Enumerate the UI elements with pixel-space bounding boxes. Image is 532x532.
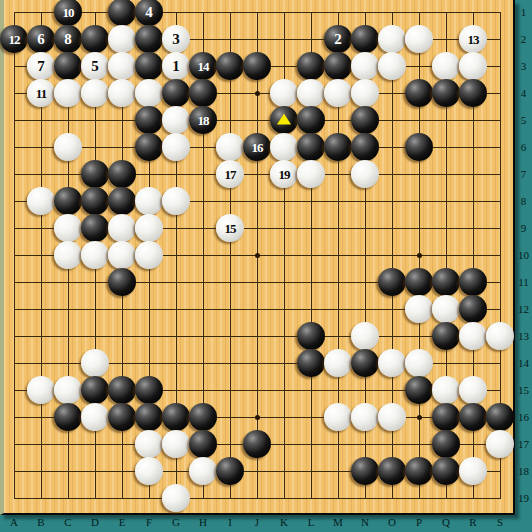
stone-black-J6[interactable]: 16 [243,133,271,161]
move-number-label: 2 [324,25,352,53]
col-label-J: J [247,516,267,528]
stone-black-D15[interactable] [81,376,109,404]
stone-white-I9[interactable]: 15 [216,214,244,242]
row-label-4: 4 [515,87,532,101]
stone-black-C3[interactable] [54,52,82,80]
stone-black-D2[interactable] [81,25,109,53]
move-number-label: 14 [189,52,217,80]
stone-black-N18[interactable] [351,457,379,485]
stone-black-C8[interactable] [54,187,82,215]
move-number-label: 7 [27,52,55,80]
stone-black-B2[interactable]: 6 [27,25,55,53]
stone-white-E3[interactable] [108,52,136,80]
stone-black-E15[interactable] [108,376,136,404]
move-number-label: 19 [270,160,298,188]
stone-black-R4[interactable] [459,79,487,107]
stone-black-F5[interactable] [135,106,163,134]
stone-white-N4[interactable] [351,79,379,107]
move-number-label: 5 [81,52,109,80]
stone-white-N3[interactable] [351,52,379,80]
stone-white-O16[interactable] [378,403,406,431]
stone-white-S13[interactable] [486,322,514,350]
move-number-label: 1 [162,52,190,80]
stone-black-N14[interactable] [351,349,379,377]
stone-black-Q18[interactable] [432,457,460,485]
stone-white-M4[interactable] [324,79,352,107]
stone-white-I7[interactable]: 17 [216,160,244,188]
stone-black-D8[interactable] [81,187,109,215]
stone-black-H17[interactable] [189,430,217,458]
col-label-I: I [220,516,240,528]
stone-white-B8[interactable] [27,187,55,215]
stone-black-I3[interactable] [216,52,244,80]
move-number-label: 4 [135,0,163,26]
stone-black-J17[interactable] [243,430,271,458]
col-label-Q: Q [436,516,456,528]
stone-black-C16[interactable] [54,403,82,431]
stone-white-C10[interactable] [54,241,82,269]
move-number-label: 13 [459,25,487,53]
stone-black-D7[interactable] [81,160,109,188]
go-kifu-viewer: 1041268321375114111816171915 ABCDEFGHIJK… [0,0,532,532]
stone-white-R18[interactable] [459,457,487,485]
col-label-P: P [409,516,429,528]
stone-white-G8[interactable] [162,187,190,215]
stone-white-D14[interactable] [81,349,109,377]
stone-black-F3[interactable] [135,52,163,80]
stone-black-L5[interactable] [297,106,325,134]
col-label-D: D [85,516,105,528]
stone-black-L6[interactable] [297,133,325,161]
stone-white-G3[interactable]: 1 [162,52,190,80]
stone-white-C4[interactable] [54,79,82,107]
triangle-marker-icon [277,114,291,125]
stone-black-R12[interactable] [459,295,487,323]
move-number-label: 8 [54,25,82,53]
stone-black-M3[interactable] [324,52,352,80]
stone-black-P6[interactable] [405,133,433,161]
row-label-8: 8 [515,195,532,209]
stone-black-O11[interactable] [378,268,406,296]
stone-black-I18[interactable] [216,457,244,485]
stone-black-N5[interactable] [351,106,379,134]
stone-white-O2[interactable] [378,25,406,53]
star-point-P16 [417,415,422,420]
stone-white-G19[interactable] [162,484,190,512]
col-label-K: K [274,516,294,528]
stone-white-C15[interactable] [54,376,82,404]
stone-white-R13[interactable] [459,322,487,350]
stone-black-F15[interactable] [135,376,163,404]
stone-black-G4[interactable] [162,79,190,107]
move-number-label: 3 [162,25,190,53]
stone-white-P12[interactable] [405,295,433,323]
row-label-3: 3 [515,60,532,74]
col-label-F: F [139,516,159,528]
move-number-label: 17 [216,160,244,188]
stone-white-F17[interactable] [135,430,163,458]
stone-white-G2[interactable]: 3 [162,25,190,53]
stone-white-L4[interactable] [297,79,325,107]
stone-white-R2[interactable]: 13 [459,25,487,53]
stone-white-D3[interactable]: 5 [81,52,109,80]
col-label-S: S [490,516,510,528]
stone-black-E7[interactable] [108,160,136,188]
stone-black-C2[interactable]: 8 [54,25,82,53]
stone-white-R15[interactable] [459,376,487,404]
stone-black-L3[interactable] [297,52,325,80]
stone-white-D10[interactable] [81,241,109,269]
stone-black-F6[interactable] [135,133,163,161]
stone-white-O14[interactable] [378,349,406,377]
stone-white-M14[interactable] [324,349,352,377]
stone-black-E16[interactable] [108,403,136,431]
stone-white-D16[interactable] [81,403,109,431]
stone-white-L7[interactable] [297,160,325,188]
stone-black-L14[interactable] [297,349,325,377]
stone-white-F18[interactable] [135,457,163,485]
stone-black-H5[interactable]: 18 [189,106,217,134]
stone-black-P11[interactable] [405,268,433,296]
stone-black-P15[interactable] [405,376,433,404]
move-number-label: 11 [27,79,55,107]
col-label-G: G [166,516,186,528]
stone-black-M6[interactable] [324,133,352,161]
stone-white-O3[interactable] [378,52,406,80]
col-label-A: A [4,516,24,528]
move-number-label: 10 [54,0,82,26]
stone-black-R11[interactable] [459,268,487,296]
col-label-L: L [301,516,321,528]
stone-white-E9[interactable] [108,214,136,242]
stone-white-K4[interactable] [270,79,298,107]
row-label-17: 17 [515,438,532,452]
stone-black-Q16[interactable] [432,403,460,431]
stone-white-C9[interactable] [54,214,82,242]
stone-white-F10[interactable] [135,241,163,269]
stone-white-G5[interactable] [162,106,190,134]
stone-black-N6[interactable] [351,133,379,161]
stone-white-I6[interactable] [216,133,244,161]
stone-white-C6[interactable] [54,133,82,161]
stone-white-E2[interactable] [108,25,136,53]
stone-white-Q15[interactable] [432,376,460,404]
row-label-5: 5 [515,114,532,128]
stone-white-B3[interactable]: 7 [27,52,55,80]
stone-black-G16[interactable] [162,403,190,431]
stone-white-M16[interactable] [324,403,352,431]
stone-white-P14[interactable] [405,349,433,377]
stone-black-P18[interactable] [405,457,433,485]
stone-black-P4[interactable] [405,79,433,107]
stone-black-E11[interactable] [108,268,136,296]
stone-white-G6[interactable] [162,133,190,161]
stone-white-R3[interactable] [459,52,487,80]
stone-black-Q4[interactable] [432,79,460,107]
star-point-J4 [255,91,260,96]
stone-black-F1[interactable]: 4 [135,0,163,26]
stone-white-G17[interactable] [162,430,190,458]
stone-black-O18[interactable] [378,457,406,485]
col-label-R: R [463,516,483,528]
stone-white-F9[interactable] [135,214,163,242]
stone-white-N7[interactable] [351,160,379,188]
row-label-2: 2 [515,33,532,47]
row-label-19: 19 [515,492,532,506]
move-number-label: 15 [216,214,244,242]
row-label-12: 12 [515,303,532,317]
row-label-9: 9 [515,222,532,236]
stone-white-K6[interactable] [270,133,298,161]
stone-black-D9[interactable] [81,214,109,242]
stone-black-A2[interactable]: 12 [0,25,28,53]
stone-white-F8[interactable] [135,187,163,215]
stone-white-E4[interactable] [108,79,136,107]
stone-white-H18[interactable] [189,457,217,485]
row-label-16: 16 [515,411,532,425]
stone-black-E8[interactable] [108,187,136,215]
stone-black-F2[interactable] [135,25,163,53]
col-label-N: N [355,516,375,528]
stone-black-H16[interactable] [189,403,217,431]
stone-white-F4[interactable] [135,79,163,107]
row-label-14: 14 [515,357,532,371]
move-number-label: 6 [27,25,55,53]
col-label-O: O [382,516,402,528]
stone-black-K5[interactable] [270,106,298,134]
star-point-J10 [255,253,260,258]
stone-black-S16[interactable] [486,403,514,431]
stone-white-P2[interactable] [405,25,433,53]
stone-black-Q11[interactable] [432,268,460,296]
star-point-P10 [417,253,422,258]
row-label-1: 1 [515,6,532,20]
stone-white-B4[interactable]: 11 [27,79,55,107]
stone-white-N16[interactable] [351,403,379,431]
stone-black-H3[interactable]: 14 [189,52,217,80]
row-label-7: 7 [515,168,532,182]
stone-white-S17[interactable] [486,430,514,458]
stone-white-N13[interactable] [351,322,379,350]
star-point-J16 [255,415,260,420]
stone-white-K7[interactable]: 19 [270,160,298,188]
stone-black-F16[interactable] [135,403,163,431]
col-label-M: M [328,516,348,528]
stone-black-Q17[interactable] [432,430,460,458]
row-label-13: 13 [515,330,532,344]
stone-white-B15[interactable] [27,376,55,404]
row-label-11: 11 [515,276,532,290]
move-number-label: 12 [0,25,28,53]
col-label-C: C [58,516,78,528]
row-label-15: 15 [515,384,532,398]
move-number-label: 18 [189,106,217,134]
col-label-B: B [31,516,51,528]
stone-white-D4[interactable] [81,79,109,107]
stone-white-Q12[interactable] [432,295,460,323]
row-label-6: 6 [515,141,532,155]
move-number-label: 16 [243,133,271,161]
stone-black-C1[interactable]: 10 [54,0,82,26]
go-board[interactable]: 1041268321375114111816171915 [0,0,515,515]
stone-black-Q13[interactable] [432,322,460,350]
stone-black-N2[interactable] [351,25,379,53]
stone-white-E10[interactable] [108,241,136,269]
row-label-18: 18 [515,465,532,479]
col-label-E: E [112,516,132,528]
stone-black-J3[interactable] [243,52,271,80]
col-label-H: H [193,516,213,528]
stone-white-Q3[interactable] [432,52,460,80]
stone-black-M2[interactable]: 2 [324,25,352,53]
stone-black-R16[interactable] [459,403,487,431]
row-label-10: 10 [515,249,532,263]
stone-black-L13[interactable] [297,322,325,350]
stone-black-H4[interactable] [189,79,217,107]
